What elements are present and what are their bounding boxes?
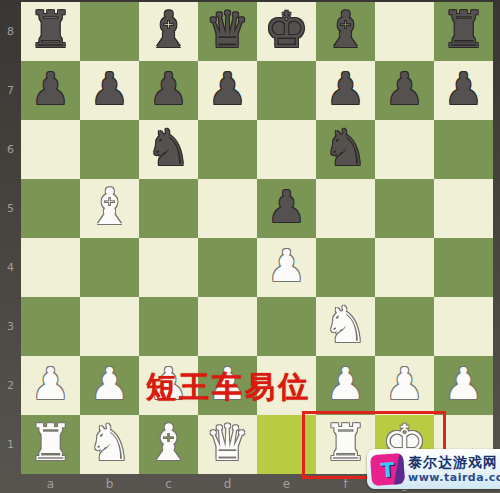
piece-white-rook[interactable]: ♜ [28, 418, 73, 468]
square-b6[interactable] [80, 120, 139, 179]
piece-white-pawn[interactable]: ♟ [90, 362, 129, 406]
rank-label-3: 3 [0, 297, 21, 356]
piece-black-king[interactable]: ♚ [264, 5, 309, 55]
piece-white-pawn[interactable]: ♟ [326, 362, 365, 406]
square-f5[interactable] [316, 179, 375, 238]
piece-black-knight[interactable]: ♞ [323, 123, 368, 173]
piece-black-pawn[interactable]: ♟ [267, 185, 306, 229]
site-watermark-badge: T 泰尔达游戏网 www.tairda.com [367, 449, 500, 489]
square-b8[interactable] [80, 2, 139, 61]
square-c7[interactable]: ♟ [139, 61, 198, 120]
square-d3[interactable] [198, 297, 257, 356]
rank-label-6: 6 [0, 120, 21, 179]
square-c8[interactable]: ♝ [139, 2, 198, 61]
square-b2[interactable]: ♟ [80, 356, 139, 415]
piece-white-knight[interactable]: ♞ [323, 300, 368, 350]
square-a1[interactable]: ♜ [21, 415, 80, 474]
piece-white-pawn[interactable]: ♟ [267, 244, 306, 288]
castling-annotation-text: 短王车易位 [146, 367, 311, 408]
piece-black-pawn[interactable]: ♟ [90, 67, 129, 111]
square-b5[interactable]: ♝ [80, 179, 139, 238]
square-c3[interactable] [139, 297, 198, 356]
rank-labels-column: 87654321 [0, 2, 21, 474]
piece-black-knight[interactable]: ♞ [146, 123, 191, 173]
file-label-a: a [21, 474, 80, 493]
square-f6[interactable]: ♞ [316, 120, 375, 179]
square-b1[interactable]: ♞ [80, 415, 139, 474]
square-c5[interactable] [139, 179, 198, 238]
square-g4[interactable] [375, 238, 434, 297]
square-h3[interactable] [434, 297, 493, 356]
piece-white-queen[interactable]: ♛ [205, 418, 250, 468]
piece-black-pawn[interactable]: ♟ [444, 67, 483, 111]
piece-white-knight[interactable]: ♞ [87, 418, 132, 468]
watermark-url: www.tairda.com [408, 471, 500, 484]
piece-black-pawn[interactable]: ♟ [385, 67, 424, 111]
square-g2[interactable]: ♟ [375, 356, 434, 415]
square-b3[interactable] [80, 297, 139, 356]
rank-label-4: 4 [0, 238, 21, 297]
file-label-d: d [198, 474, 257, 493]
square-e7[interactable] [257, 61, 316, 120]
square-d8[interactable]: ♛ [198, 2, 257, 61]
square-f7[interactable]: ♟ [316, 61, 375, 120]
square-g7[interactable]: ♟ [375, 61, 434, 120]
square-e6[interactable] [257, 120, 316, 179]
piece-white-pawn[interactable]: ♟ [31, 362, 70, 406]
watermark-logo-icon: T [370, 452, 405, 485]
square-h5[interactable] [434, 179, 493, 238]
square-e8[interactable]: ♚ [257, 2, 316, 61]
square-f2[interactable]: ♟ [316, 356, 375, 415]
piece-black-bishop[interactable]: ♝ [146, 5, 191, 55]
square-f3[interactable]: ♞ [316, 297, 375, 356]
square-c4[interactable] [139, 238, 198, 297]
file-label-b: b [80, 474, 139, 493]
square-d1[interactable]: ♛ [198, 415, 257, 474]
piece-black-rook[interactable]: ♜ [28, 5, 73, 55]
piece-black-pawn[interactable]: ♟ [208, 67, 247, 111]
square-c1[interactable]: ♝ [139, 415, 198, 474]
square-e3[interactable] [257, 297, 316, 356]
square-g6[interactable] [375, 120, 434, 179]
piece-black-pawn[interactable]: ♟ [149, 67, 188, 111]
square-h8[interactable]: ♜ [434, 2, 493, 61]
square-e4[interactable]: ♟ [257, 238, 316, 297]
square-a6[interactable] [21, 120, 80, 179]
piece-black-rook[interactable]: ♜ [441, 5, 486, 55]
square-c6[interactable]: ♞ [139, 120, 198, 179]
piece-black-bishop[interactable]: ♝ [323, 5, 368, 55]
square-a8[interactable]: ♜ [21, 2, 80, 61]
square-h4[interactable] [434, 238, 493, 297]
watermark-text-block: 泰尔达游戏网 www.tairda.com [408, 454, 500, 484]
square-d5[interactable] [198, 179, 257, 238]
piece-white-pawn[interactable]: ♟ [444, 362, 483, 406]
square-d7[interactable]: ♟ [198, 61, 257, 120]
rank-label-8: 8 [0, 2, 21, 61]
rank-label-5: 5 [0, 179, 21, 238]
square-h2[interactable]: ♟ [434, 356, 493, 415]
piece-white-bishop[interactable]: ♝ [87, 182, 132, 232]
piece-black-pawn[interactable]: ♟ [326, 67, 365, 111]
piece-white-bishop[interactable]: ♝ [146, 418, 191, 468]
rank-label-2: 2 [0, 356, 21, 415]
square-f8[interactable]: ♝ [316, 2, 375, 61]
square-b7[interactable]: ♟ [80, 61, 139, 120]
square-e5[interactable]: ♟ [257, 179, 316, 238]
square-a2[interactable]: ♟ [21, 356, 80, 415]
square-a7[interactable]: ♟ [21, 61, 80, 120]
rank-label-7: 7 [0, 61, 21, 120]
piece-white-pawn[interactable]: ♟ [385, 362, 424, 406]
square-a4[interactable] [21, 238, 80, 297]
chess-app-window: 87654321 ♜♝♛♚♝♜♟♟♟♟♟♟♟♞♞♝♟♟♞♟♟♟♟♟♟♟♜♞♝♛♜… [0, 0, 500, 493]
square-f4[interactable] [316, 238, 375, 297]
watermark-logo-letter: T [380, 459, 395, 480]
piece-black-queen[interactable]: ♛ [205, 5, 250, 55]
square-g5[interactable] [375, 179, 434, 238]
square-a3[interactable] [21, 297, 80, 356]
square-a5[interactable] [21, 179, 80, 238]
piece-black-pawn[interactable]: ♟ [31, 67, 70, 111]
square-d4[interactable] [198, 238, 257, 297]
rank-label-1: 1 [0, 415, 21, 474]
square-h6[interactable] [434, 120, 493, 179]
watermark-site-name: 泰尔达游戏网 [408, 454, 500, 471]
square-d6[interactable] [198, 120, 257, 179]
square-b4[interactable] [80, 238, 139, 297]
square-h7[interactable]: ♟ [434, 61, 493, 120]
file-label-c: c [139, 474, 198, 493]
square-g3[interactable] [375, 297, 434, 356]
square-g8[interactable] [375, 2, 434, 61]
